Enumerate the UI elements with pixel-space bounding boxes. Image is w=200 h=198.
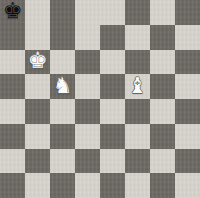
square-e3[interactable]	[100, 124, 125, 149]
square-f1[interactable]	[125, 173, 150, 198]
square-g1[interactable]	[150, 173, 175, 198]
square-b8[interactable]	[25, 0, 50, 25]
square-f7[interactable]	[125, 25, 150, 50]
square-c4[interactable]	[50, 99, 75, 124]
square-b2[interactable]	[25, 149, 50, 174]
square-b5[interactable]	[25, 74, 50, 99]
square-g6[interactable]	[150, 50, 175, 75]
square-c2[interactable]	[50, 149, 75, 174]
square-b3[interactable]	[25, 124, 50, 149]
square-h2[interactable]	[175, 149, 200, 174]
square-e4[interactable]	[100, 99, 125, 124]
square-d2[interactable]	[75, 149, 100, 174]
square-g2[interactable]	[150, 149, 175, 174]
square-f5[interactable]: ♝	[125, 74, 150, 99]
square-a8[interactable]: ♚	[0, 0, 25, 25]
square-e7[interactable]	[100, 25, 125, 50]
square-h7[interactable]	[175, 25, 200, 50]
square-f2[interactable]	[125, 149, 150, 174]
square-f6[interactable]	[125, 50, 150, 75]
square-a1[interactable]	[0, 173, 25, 198]
square-h5[interactable]	[175, 74, 200, 99]
square-h6[interactable]	[175, 50, 200, 75]
square-c3[interactable]	[50, 124, 75, 149]
square-e1[interactable]	[100, 173, 125, 198]
square-h4[interactable]	[175, 99, 200, 124]
square-d4[interactable]	[75, 99, 100, 124]
square-d6[interactable]	[75, 50, 100, 75]
square-d3[interactable]	[75, 124, 100, 149]
square-h1[interactable]	[175, 173, 200, 198]
square-c8[interactable]	[50, 0, 75, 25]
square-c7[interactable]	[50, 25, 75, 50]
square-h8[interactable]	[175, 0, 200, 25]
square-g5[interactable]	[150, 74, 175, 99]
square-f8[interactable]	[125, 0, 150, 25]
square-a3[interactable]	[0, 124, 25, 149]
square-f3[interactable]	[125, 124, 150, 149]
square-h3[interactable]	[175, 124, 200, 149]
square-a2[interactable]	[0, 149, 25, 174]
square-e5[interactable]	[100, 74, 125, 99]
square-b4[interactable]	[25, 99, 50, 124]
square-d1[interactable]	[75, 173, 100, 198]
white-bishop: ♝	[128, 75, 148, 97]
square-c6[interactable]	[50, 50, 75, 75]
square-g7[interactable]	[150, 25, 175, 50]
square-a7[interactable]	[0, 25, 25, 50]
square-c1[interactable]	[50, 173, 75, 198]
square-b7[interactable]	[25, 25, 50, 50]
square-a5[interactable]	[0, 74, 25, 99]
black-king: ♚	[3, 0, 23, 22]
square-g4[interactable]	[150, 99, 175, 124]
square-e6[interactable]	[100, 50, 125, 75]
chess-board: ♚♚♞♝	[0, 0, 200, 198]
square-d5[interactable]	[75, 74, 100, 99]
square-e8[interactable]	[100, 0, 125, 25]
square-a4[interactable]	[0, 99, 25, 124]
square-d7[interactable]	[75, 25, 100, 50]
square-g8[interactable]	[150, 0, 175, 25]
chess-diagram: ♚♚♞♝	[0, 0, 200, 198]
square-c5[interactable]: ♞	[50, 74, 75, 99]
square-d8[interactable]	[75, 0, 100, 25]
square-g3[interactable]	[150, 124, 175, 149]
square-b1[interactable]	[25, 173, 50, 198]
white-knight: ♞	[53, 75, 73, 97]
square-a6[interactable]	[0, 50, 25, 75]
square-e2[interactable]	[100, 149, 125, 174]
square-b6[interactable]: ♚	[25, 50, 50, 75]
white-king: ♚	[28, 50, 48, 72]
square-f4[interactable]	[125, 99, 150, 124]
